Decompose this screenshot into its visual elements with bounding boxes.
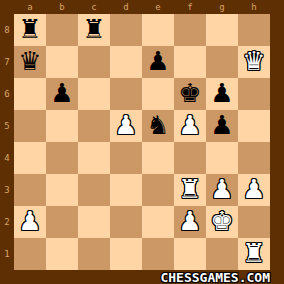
square-f4[interactable] (174, 142, 206, 174)
chess-board: ♜♜♛♟♛♟♚♟♟♞♟♟♜♟♟♟♟♚♜ (14, 14, 270, 270)
square-h7[interactable]: ♛ (238, 46, 270, 78)
square-e4[interactable] (142, 142, 174, 174)
file-label-h: h (238, 0, 270, 15)
rank-label-5: 5 (0, 110, 14, 142)
piece-black-queen[interactable]: ♛ (14, 46, 46, 78)
square-c6[interactable] (78, 78, 110, 110)
square-h5[interactable] (238, 110, 270, 142)
square-e8[interactable] (142, 14, 174, 46)
square-a6[interactable] (14, 78, 46, 110)
square-b6[interactable]: ♟ (46, 78, 78, 110)
rank-label-7: 7 (0, 46, 14, 78)
square-b7[interactable] (46, 46, 78, 78)
piece-black-rook[interactable]: ♜ (14, 14, 46, 46)
square-h4[interactable] (238, 142, 270, 174)
chessgames-logo: CHESSGAMES.COM (160, 270, 270, 284)
rank-label-6: 6 (0, 78, 14, 110)
square-g7[interactable] (206, 46, 238, 78)
square-h6[interactable] (238, 78, 270, 110)
file-label-f: f (174, 0, 206, 15)
piece-white-pawn[interactable]: ♟ (110, 110, 142, 142)
piece-white-pawn[interactable]: ♟ (14, 206, 46, 238)
square-h8[interactable] (238, 14, 270, 46)
square-e6[interactable] (142, 78, 174, 110)
square-g8[interactable] (206, 14, 238, 46)
square-a2[interactable]: ♟ (14, 206, 46, 238)
square-g1[interactable] (206, 238, 238, 270)
square-c8[interactable]: ♜ (78, 14, 110, 46)
piece-black-king[interactable]: ♚ (174, 78, 206, 110)
square-d3[interactable] (110, 174, 142, 206)
square-b8[interactable] (46, 14, 78, 46)
square-e2[interactable] (142, 206, 174, 238)
square-f6[interactable]: ♚ (174, 78, 206, 110)
square-d8[interactable] (110, 14, 142, 46)
square-b3[interactable] (46, 174, 78, 206)
square-g3[interactable]: ♟ (206, 174, 238, 206)
square-d2[interactable] (110, 206, 142, 238)
square-a3[interactable] (14, 174, 46, 206)
rank-label-2: 2 (0, 206, 14, 238)
piece-black-pawn[interactable]: ♟ (206, 110, 238, 142)
piece-white-rook[interactable]: ♜ (174, 174, 206, 206)
chess-board-diagram: abcdefgh 87654321 ♜♜♛♟♛♟♚♟♟♞♟♟♜♟♟♟♟♚♜ CH… (0, 0, 284, 284)
square-h2[interactable] (238, 206, 270, 238)
square-c4[interactable] (78, 142, 110, 174)
piece-white-pawn[interactable]: ♟ (174, 206, 206, 238)
file-label-d: d (110, 0, 142, 15)
square-g4[interactable] (206, 142, 238, 174)
square-a4[interactable] (14, 142, 46, 174)
square-f1[interactable] (174, 238, 206, 270)
square-g5[interactable]: ♟ (206, 110, 238, 142)
square-b4[interactable] (46, 142, 78, 174)
piece-black-rook[interactable]: ♜ (78, 14, 110, 46)
piece-white-pawn[interactable]: ♟ (206, 174, 238, 206)
square-c5[interactable] (78, 110, 110, 142)
square-d6[interactable] (110, 78, 142, 110)
square-c1[interactable] (78, 238, 110, 270)
rank-labels: 87654321 (0, 14, 14, 270)
square-e1[interactable] (142, 238, 174, 270)
piece-white-pawn[interactable]: ♟ (174, 110, 206, 142)
square-d4[interactable] (110, 142, 142, 174)
piece-black-pawn[interactable]: ♟ (142, 46, 174, 78)
piece-white-pawn[interactable]: ♟ (238, 174, 270, 206)
square-f2[interactable]: ♟ (174, 206, 206, 238)
file-labels: abcdefgh (14, 0, 270, 14)
file-label-c: c (78, 0, 110, 15)
square-c7[interactable] (78, 46, 110, 78)
square-f3[interactable]: ♜ (174, 174, 206, 206)
square-b5[interactable] (46, 110, 78, 142)
piece-black-pawn[interactable]: ♟ (46, 78, 78, 110)
file-label-g: g (206, 0, 238, 15)
square-a5[interactable] (14, 110, 46, 142)
square-d7[interactable] (110, 46, 142, 78)
square-g2[interactable]: ♚ (206, 206, 238, 238)
square-a8[interactable]: ♜ (14, 14, 46, 46)
file-label-b: b (46, 0, 78, 15)
square-b1[interactable] (46, 238, 78, 270)
square-c3[interactable] (78, 174, 110, 206)
piece-white-queen[interactable]: ♛ (238, 46, 270, 78)
square-d1[interactable] (110, 238, 142, 270)
square-f5[interactable]: ♟ (174, 110, 206, 142)
piece-white-rook[interactable]: ♜ (238, 238, 270, 270)
piece-black-pawn[interactable]: ♟ (206, 78, 238, 110)
square-e5[interactable]: ♞ (142, 110, 174, 142)
square-d5[interactable]: ♟ (110, 110, 142, 142)
piece-black-knight[interactable]: ♞ (142, 110, 174, 142)
square-a7[interactable]: ♛ (14, 46, 46, 78)
square-h3[interactable]: ♟ (238, 174, 270, 206)
square-c2[interactable] (78, 206, 110, 238)
square-f8[interactable] (174, 14, 206, 46)
rank-label-1: 1 (0, 238, 14, 270)
square-g6[interactable]: ♟ (206, 78, 238, 110)
rank-label-3: 3 (0, 174, 14, 206)
square-b2[interactable] (46, 206, 78, 238)
square-e3[interactable] (142, 174, 174, 206)
file-label-e: e (142, 0, 174, 15)
file-label-a: a (14, 0, 46, 15)
square-h1[interactable]: ♜ (238, 238, 270, 270)
piece-white-king[interactable]: ♚ (206, 206, 238, 238)
rank-label-4: 4 (0, 142, 14, 174)
square-e7[interactable]: ♟ (142, 46, 174, 78)
rank-label-8: 8 (0, 14, 14, 46)
square-a1[interactable] (14, 238, 46, 270)
square-f7[interactable] (174, 46, 206, 78)
